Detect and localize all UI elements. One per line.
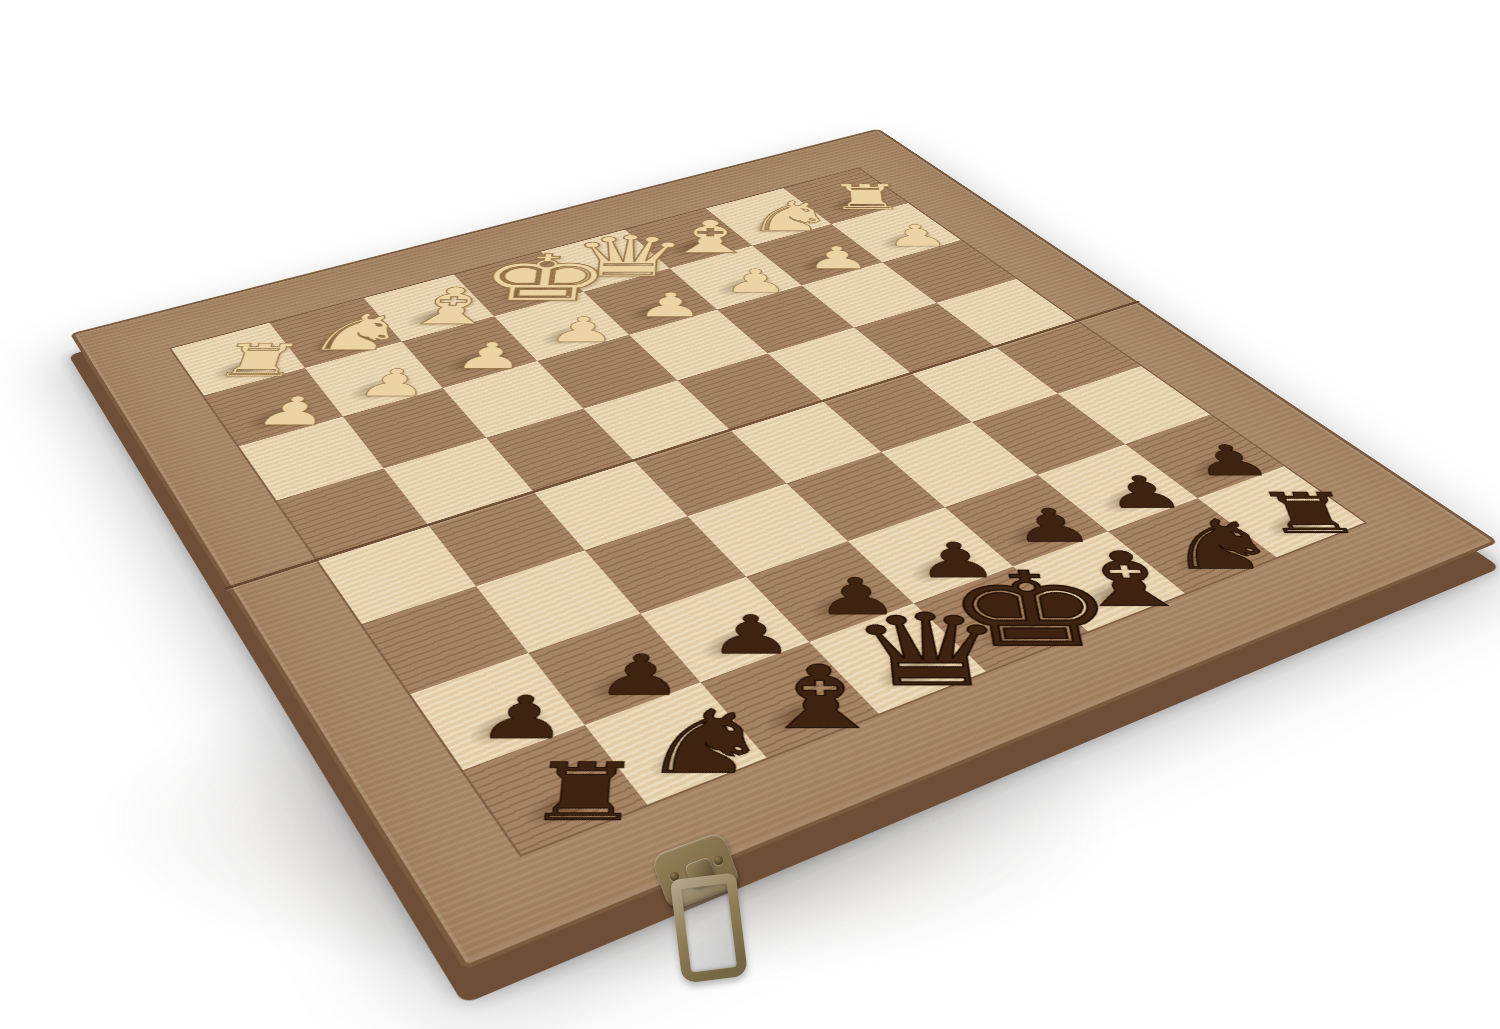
black-pawn-icon: ♟ (812, 571, 901, 622)
square-e7 (746, 541, 914, 642)
black-king-icon: ♚ (938, 559, 1129, 662)
square-b7 (1037, 444, 1198, 532)
square-h5 (317, 525, 475, 624)
piece-shadow (499, 767, 636, 846)
scene: ♜♞♝♚♛♝♞♜♟♟♟♟♟♟♟♟♟♟♟♟♟♟♟♟♜♞♝♛♚♝♞♜ (0, 0, 1500, 1029)
clasp (648, 838, 758, 1008)
piece-shadow (739, 680, 868, 751)
clasp-loop (670, 872, 748, 983)
white-pawn-icon: ♟ (451, 338, 529, 374)
black-knight-icon: ♞ (637, 699, 774, 787)
square-d8 (914, 567, 1088, 672)
white-rook-icon: ♜ (207, 338, 312, 383)
square-h7 (410, 653, 585, 771)
white-rook-icon: ♜ (826, 180, 908, 214)
piece-shadow (886, 538, 1003, 597)
white-knight-icon: ♞ (300, 307, 416, 357)
black-pawn-icon: ♟ (1007, 503, 1098, 549)
white-pawn-icon: ♟ (722, 265, 790, 297)
piece-black-pawn-e7: ♟ (746, 541, 914, 642)
white-pawn-icon: ♟ (804, 243, 873, 274)
white-pawn-icon: ♟ (882, 221, 952, 251)
piece-shadow (955, 601, 1077, 665)
white-pawn-icon: ♟ (250, 392, 337, 431)
black-knight-icon: ♞ (1151, 511, 1292, 579)
square-f7 (640, 576, 810, 682)
square-c6 (881, 422, 1037, 507)
piece-black-knight-g8: ♞ (585, 683, 766, 805)
black-bishop-icon: ♝ (751, 654, 893, 741)
square-d6 (787, 452, 945, 541)
piece-black-rook-h8: ♜ (463, 725, 647, 854)
square-f8 (700, 642, 879, 758)
square-f5 (533, 460, 688, 550)
black-queen-icon: ♛ (844, 602, 1018, 702)
black-pawn-icon: ♟ (1185, 440, 1277, 482)
square-h6 (362, 586, 528, 694)
black-pawn-icon: ♟ (474, 688, 573, 747)
piece-black-bishop-c8: ♝ (1013, 532, 1184, 632)
piece-black-pawn-h7: ♟ (410, 653, 585, 771)
black-rook-icon: ♜ (521, 752, 646, 832)
piece-black-bishop-f8: ♝ (700, 642, 879, 758)
piece-black-knight-b8: ♞ (1108, 498, 1277, 593)
piece-black-king-d8: ♚ (914, 567, 1088, 672)
piece-black-pawn-f7: ♟ (640, 576, 810, 682)
square-g5 (428, 492, 584, 586)
clasp-screw-icon (714, 856, 723, 865)
black-pawn-icon: ♟ (707, 608, 795, 661)
square-c8 (1013, 532, 1184, 632)
black-pawn-icon: ♟ (593, 647, 685, 703)
square-h8 (463, 725, 647, 854)
white-pawn-icon: ♟ (352, 364, 435, 402)
square-e6 (688, 483, 848, 576)
piece-shadow (850, 639, 975, 706)
piece-shadow (676, 611, 799, 676)
piece-shadow (1242, 496, 1355, 552)
square-f6 (584, 516, 746, 614)
piece-shadow (443, 691, 574, 763)
square-g7 (528, 614, 700, 726)
square-g4 (384, 438, 534, 525)
square-g8 (585, 683, 766, 805)
piece-shadow (784, 574, 904, 636)
piece-black-pawn-b7: ♟ (1037, 444, 1198, 532)
piece-shadow (563, 650, 690, 718)
piece-shadow (622, 722, 755, 797)
square-e5 (634, 430, 787, 516)
piece-black-pawn-g7: ♟ (528, 614, 700, 726)
square-g6 (476, 550, 640, 652)
piece-shadow (1056, 564, 1175, 625)
square-h4 (277, 469, 428, 560)
piece-black-queen-e8: ♛ (810, 603, 986, 713)
white-pawn-icon: ♟ (545, 313, 619, 348)
white-pawn-icon: ♟ (635, 288, 705, 321)
square-e8 (810, 603, 986, 713)
